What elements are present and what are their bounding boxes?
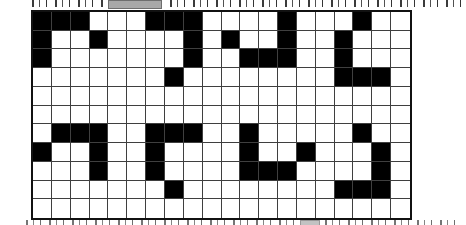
grid-cell-filled [52, 12, 71, 31]
grid-cell-filled [146, 124, 165, 143]
grid-cell-filled [278, 31, 297, 50]
grid-cell-empty [391, 162, 410, 181]
grid-cell-empty [127, 106, 146, 125]
grid-cell-empty [240, 106, 259, 125]
grid-cell-empty [391, 49, 410, 68]
grid-cell-empty [52, 49, 71, 68]
grid-cell-empty [71, 49, 90, 68]
grid-cell-empty [335, 106, 354, 125]
grid-cell-filled [335, 181, 354, 200]
grid-cell-empty [278, 124, 297, 143]
grid-cell-filled [165, 124, 184, 143]
grid-cell-empty [33, 124, 52, 143]
grid-cell-empty [184, 87, 203, 106]
grid-cell-empty [297, 181, 316, 200]
grid-cell-filled [165, 12, 184, 31]
grid-cell-empty [335, 143, 354, 162]
grid-cell-empty [52, 31, 71, 50]
grid-cell-empty [90, 181, 109, 200]
grid-cell-empty [203, 162, 222, 181]
grid-cell-empty [353, 31, 372, 50]
grid-cell-empty [146, 31, 165, 50]
grid-cell-empty [127, 49, 146, 68]
grid-cell-empty [259, 199, 278, 218]
grid-cell-empty [52, 68, 71, 87]
grid-cell-empty [52, 162, 71, 181]
grid-cell-empty [353, 199, 372, 218]
grid-cell-empty [391, 68, 410, 87]
grid-cell-empty [203, 31, 222, 50]
grid-cell-filled [90, 31, 109, 50]
grid-cell-empty [52, 143, 71, 162]
worksheet-screenshot [0, 0, 466, 225]
grid-cell-empty [165, 49, 184, 68]
grid-cell-empty [391, 87, 410, 106]
grid-cell-empty [222, 12, 241, 31]
grid-cell-filled [240, 143, 259, 162]
grid-cell-empty [372, 31, 391, 50]
grid-cell-empty [240, 199, 259, 218]
grid-cell-empty [146, 49, 165, 68]
grid-cell-empty [90, 49, 109, 68]
grid-cell-empty [146, 181, 165, 200]
grid-cell-empty [127, 124, 146, 143]
grid-cell-filled [71, 12, 90, 31]
grid-cell-filled [278, 162, 297, 181]
grid-cell-filled [372, 181, 391, 200]
grid-cell-empty [222, 181, 241, 200]
grid-cell-empty [33, 68, 52, 87]
grid-cell-empty [203, 199, 222, 218]
grid-cell-empty [335, 199, 354, 218]
grid-cell-empty [259, 143, 278, 162]
grid-cell-empty [184, 162, 203, 181]
grid-cell-empty [316, 143, 335, 162]
grid-cell-empty [297, 12, 316, 31]
grid-cell-empty [52, 181, 71, 200]
grid-cell-empty [391, 12, 410, 31]
grid-cell-empty [71, 162, 90, 181]
grid-cell-empty [90, 68, 109, 87]
grid-cell-empty [184, 68, 203, 87]
grid-cell-filled [353, 12, 372, 31]
grid-cell-empty [33, 106, 52, 125]
grid-cell-filled [33, 12, 52, 31]
grid-cell-filled [165, 68, 184, 87]
grid-cell-empty [165, 31, 184, 50]
grid-cell-empty [203, 49, 222, 68]
grid-cell-empty [278, 143, 297, 162]
grid-cell-empty [222, 106, 241, 125]
grid-cell-empty [297, 162, 316, 181]
grid-cell-empty [297, 199, 316, 218]
grid-cell-empty [259, 181, 278, 200]
grid-cell-filled [184, 49, 203, 68]
grid-cell-empty [222, 143, 241, 162]
grid-cell-empty [52, 87, 71, 106]
grid-cell-empty [165, 87, 184, 106]
grid-cell-empty [108, 106, 127, 125]
grid-cell-empty [297, 87, 316, 106]
grid-cell-empty [146, 68, 165, 87]
grid-cell-empty [146, 199, 165, 218]
grid-cell-empty [278, 68, 297, 87]
grid-cell-empty [316, 124, 335, 143]
grid-cell-empty [278, 87, 297, 106]
grid-cell-filled [372, 68, 391, 87]
grid-cell-filled [71, 124, 90, 143]
grid-cell-empty [71, 106, 90, 125]
grid-cell-empty [240, 12, 259, 31]
grid-cell-empty [353, 49, 372, 68]
grid-cell-empty [52, 199, 71, 218]
grid-cell-empty [127, 162, 146, 181]
grid-cell-empty [222, 199, 241, 218]
grid-cell-empty [33, 181, 52, 200]
grid-cell-empty [71, 68, 90, 87]
grid-cell-empty [259, 87, 278, 106]
grid-cell-empty [71, 199, 90, 218]
grid-cell-empty [278, 181, 297, 200]
grid-cell-filled [278, 12, 297, 31]
grid-cell-filled [90, 124, 109, 143]
grid-cell-empty [127, 181, 146, 200]
grid-cell-empty [203, 68, 222, 87]
grid-cell-empty [353, 87, 372, 106]
truncated-text-bottom [26, 220, 462, 225]
grid-cell-filled [240, 124, 259, 143]
grid-cell-empty [33, 87, 52, 106]
grid-cell-empty [108, 143, 127, 162]
grid-cell-empty [184, 199, 203, 218]
grid-cell-empty [127, 143, 146, 162]
grid-cell-empty [335, 124, 354, 143]
grid-cell-filled [372, 162, 391, 181]
grid-cell-empty [71, 143, 90, 162]
grid-cell-empty [316, 199, 335, 218]
grid-cell-empty [391, 199, 410, 218]
grid-cell-empty [353, 143, 372, 162]
grid-cell-empty [222, 68, 241, 87]
grid-cell-filled [33, 143, 52, 162]
grid-cell-empty [240, 181, 259, 200]
grid-cell-empty [90, 12, 109, 31]
grid-cell-empty [146, 87, 165, 106]
grid-cell-empty [165, 106, 184, 125]
truncated-text-top [32, 0, 462, 7]
grid-cell-filled [184, 124, 203, 143]
grid-cell-empty [353, 162, 372, 181]
grid-cell-filled [184, 12, 203, 31]
grid-cell-empty [278, 106, 297, 125]
grid-cell-filled [278, 49, 297, 68]
grid-cell-empty [240, 87, 259, 106]
grid-cell-filled [353, 124, 372, 143]
grid-cell-empty [71, 181, 90, 200]
grid-cell-empty [391, 106, 410, 125]
grid-cell-empty [108, 49, 127, 68]
grid-cell-empty [297, 31, 316, 50]
grid-cell-empty [184, 106, 203, 125]
grid-cell-empty [240, 31, 259, 50]
grid-cell-empty [203, 124, 222, 143]
grid-cell-filled [259, 162, 278, 181]
grid-cell-filled [372, 143, 391, 162]
grid-cell-filled [240, 162, 259, 181]
text-highlight-mark [108, 0, 162, 9]
grid-cell-filled [353, 181, 372, 200]
grid-cell-filled [146, 162, 165, 181]
grid-cell-filled [90, 162, 109, 181]
grid-cell-empty [203, 12, 222, 31]
grid-cell-empty [259, 106, 278, 125]
grid-cell-empty [203, 106, 222, 125]
grid-cell-empty [222, 124, 241, 143]
grid-cell-empty [372, 87, 391, 106]
grid-cell-empty [316, 181, 335, 200]
grid-cell-empty [108, 68, 127, 87]
grid-cell-empty [165, 199, 184, 218]
grid-cell-empty [335, 87, 354, 106]
grid-cell-empty [127, 68, 146, 87]
grid-cell-empty [335, 162, 354, 181]
grid-cell-filled [353, 68, 372, 87]
grid-cell-empty [372, 49, 391, 68]
grid-cell-empty [278, 199, 297, 218]
grid-cell-empty [297, 49, 316, 68]
grid-cell-empty [391, 31, 410, 50]
grid-cell-empty [108, 162, 127, 181]
grid-cell-empty [203, 181, 222, 200]
grid-cell-empty [316, 162, 335, 181]
grid-cell-empty [335, 12, 354, 31]
grid-cell-empty [127, 87, 146, 106]
grid-cell-empty [222, 162, 241, 181]
grid-cell-empty [372, 12, 391, 31]
grid-cell-filled [33, 49, 52, 68]
grid-cell-empty [108, 31, 127, 50]
grid-cell-filled [146, 143, 165, 162]
grid-cell-empty [127, 12, 146, 31]
grid-cell-filled [90, 143, 109, 162]
grid-cell-empty [240, 68, 259, 87]
grid-cell-filled [222, 31, 241, 50]
grid-cell-empty [127, 31, 146, 50]
grid-cell-empty [222, 87, 241, 106]
grid-cell-filled [184, 31, 203, 50]
grid-cell-empty [316, 49, 335, 68]
grid-cell-empty [184, 181, 203, 200]
grid-cell-empty [391, 124, 410, 143]
grid-cell-filled [52, 124, 71, 143]
grid-cell-filled [240, 49, 259, 68]
grid-cell-empty [297, 124, 316, 143]
grid-cell-empty [203, 143, 222, 162]
grid-cell-empty [108, 87, 127, 106]
grid-cell-empty [90, 106, 109, 125]
grid-cell-empty [71, 87, 90, 106]
grid-cell-empty [353, 106, 372, 125]
grid-cell-empty [391, 143, 410, 162]
grid-cell-empty [184, 143, 203, 162]
grid-cell-filled [335, 68, 354, 87]
grid-cell-empty [391, 181, 410, 200]
grid-cell-filled [297, 143, 316, 162]
grid-cell-empty [297, 106, 316, 125]
grid-cell-filled [165, 181, 184, 200]
grid-cell-empty [372, 199, 391, 218]
grid-cell-empty [316, 87, 335, 106]
grid-cell-empty [316, 31, 335, 50]
grid-cell-empty [146, 106, 165, 125]
grid-cell-empty [108, 181, 127, 200]
grid-cell-empty [127, 199, 146, 218]
grid-cell-empty [90, 199, 109, 218]
grid-cell-empty [259, 68, 278, 87]
grid-cell-empty [165, 162, 184, 181]
grid-cell-filled [33, 31, 52, 50]
grid-cell-empty [203, 87, 222, 106]
grid-cell-empty [316, 12, 335, 31]
grid-cell-empty [33, 199, 52, 218]
grid-cell-empty [33, 162, 52, 181]
grid-cell-filled [335, 31, 354, 50]
grid-cell-empty [372, 106, 391, 125]
grid-cell-empty [316, 68, 335, 87]
text-highlight-mark [300, 220, 320, 225]
puzzle-grid [31, 10, 412, 220]
grid-cell-empty [259, 124, 278, 143]
grid-cell-empty [108, 12, 127, 31]
grid-cell-empty [165, 143, 184, 162]
grid-cell-empty [372, 124, 391, 143]
grid-cell-filled [259, 49, 278, 68]
grid-cell-empty [90, 87, 109, 106]
grid-cell-empty [108, 199, 127, 218]
grid-cell-empty [316, 106, 335, 125]
grid-cell-empty [108, 124, 127, 143]
grid-cell-empty [71, 31, 90, 50]
grid-cell-empty [259, 31, 278, 50]
grid-cell-empty [297, 68, 316, 87]
grid-cell-empty [52, 106, 71, 125]
grid-cell-filled [146, 12, 165, 31]
grid-cell-empty [259, 12, 278, 31]
grid-cell-filled [335, 49, 354, 68]
grid-cell-empty [222, 49, 241, 68]
